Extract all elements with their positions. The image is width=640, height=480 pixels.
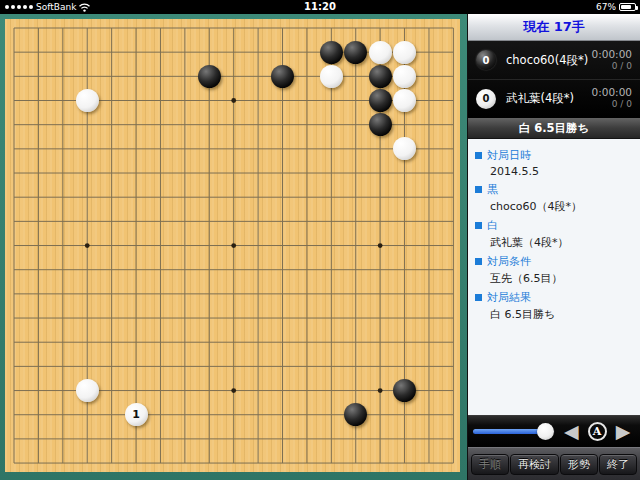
stone-white-D16 [76,89,99,112]
autoplay-button[interactable]: A [588,422,607,441]
white-stone-badge: 0 [476,89,496,109]
slider-thumb-icon[interactable] [537,423,554,440]
current-move-bar: 現在 17手 [468,14,640,41]
stone-white-R18 [393,41,416,64]
stone-white-O17 [320,65,343,88]
black-player-name: choco60(4段*) [506,53,592,68]
saikento-button[interactable]: 再検討 [510,454,559,475]
game-info-list: 対局日時 2014.5.5 黒 choco60（4段*） 白 武礼葉（4段*） … [468,139,640,415]
keisei-button[interactable]: 形勢 [560,454,598,475]
stone-white-D4 [76,379,99,402]
white-player-name: 武礼葉(4段*) [506,91,592,106]
white-periods: 0 / 0 [592,99,632,110]
white-time: 0:00:00 [592,86,632,99]
status-bar: SoftBank 11:20 67% [0,0,640,14]
go-board-frame: 1 [0,14,467,480]
black-periods: 0 / 0 [592,61,632,72]
bullet-square-icon [475,152,482,159]
info-label: 対局日時 [475,148,633,163]
info-value: 武礼葉（4段*） [475,235,633,250]
sidebar: 現在 17手 0 choco60(4段*) 0:00:00 0 / 0 0 武礼… [467,14,640,480]
tejun-button[interactable]: 手順 [471,454,509,475]
player-row-black: 0 choco60(4段*) 0:00:00 0 / 0 [468,41,640,79]
stone-white-R17 [393,65,416,88]
next-move-button[interactable]: ▶ [616,422,631,441]
info-value: 2014.5.5 [475,165,633,178]
stone-black-O18 [320,41,343,64]
stone-black-M17 [271,65,294,88]
bullet-square-icon [475,294,482,301]
bullet-square-icon [475,222,482,229]
stone-black-Q17 [369,65,392,88]
player-row-white: 0 武礼葉(4段*) 0:00:00 0 / 0 [468,79,640,117]
stone-white-F3: 1 [125,403,148,426]
prev-move-button[interactable]: ◀ [564,422,579,441]
clock-time: 11:20 [0,1,640,12]
stone-white-R16 [393,89,416,112]
shuryo-button[interactable]: 終了 [599,454,637,475]
black-stone-badge: 0 [476,50,496,70]
battery-percent: 67% [596,2,616,12]
result-header-label: 白 6.5目勝ち [519,121,590,136]
info-label: 対局結果 [475,290,633,305]
player-panel: 0 choco60(4段*) 0:00:00 0 / 0 0 武礼葉(4段*) … [468,41,640,117]
bullet-square-icon [475,258,482,265]
info-label: 対局条件 [475,254,633,269]
status-right: 67% [596,0,636,14]
stone-black-Q15 [369,113,392,136]
bullet-square-icon [475,186,482,193]
stone-black-Q16 [369,89,392,112]
info-label: 黒 [475,182,633,197]
current-move-label: 現在 17手 [523,18,585,36]
playback-bar: ◀ A ▶ [468,415,640,447]
info-value: 白 6.5目勝ち [475,307,633,322]
stone-black-P18 [344,41,367,64]
info-item-result: 対局結果 白 6.5目勝ち [475,290,633,322]
black-time: 0:00:00 [592,48,632,61]
app-main: 1 現在 17手 0 choco60(4段*) 0:00:00 0 / 0 0 … [0,14,640,480]
stone-black-J17 [198,65,221,88]
info-item-conditions: 対局条件 互先（6.5目） [475,254,633,286]
black-player-times: 0:00:00 0 / 0 [592,48,632,72]
stone-white-Q18 [369,41,392,64]
white-player-times: 0:00:00 0 / 0 [592,86,632,110]
info-item-black: 黒 choco60（4段*） [475,182,633,214]
info-item-date: 対局日時 2014.5.5 [475,148,633,178]
move-slider[interactable] [473,429,555,434]
info-value: 互先（6.5目） [475,271,633,286]
result-header-bar: 白 6.5目勝ち [468,117,640,139]
move-number-label: 1 [132,409,140,420]
battery-icon [619,3,636,11]
info-item-white: 白 武礼葉（4段*） [475,218,633,250]
info-label: 白 [475,218,633,233]
stone-black-R4 [393,379,416,402]
info-value: choco60（4段*） [475,199,633,214]
bottom-button-bar: 手順 再検討 形勢 終了 [468,447,640,480]
